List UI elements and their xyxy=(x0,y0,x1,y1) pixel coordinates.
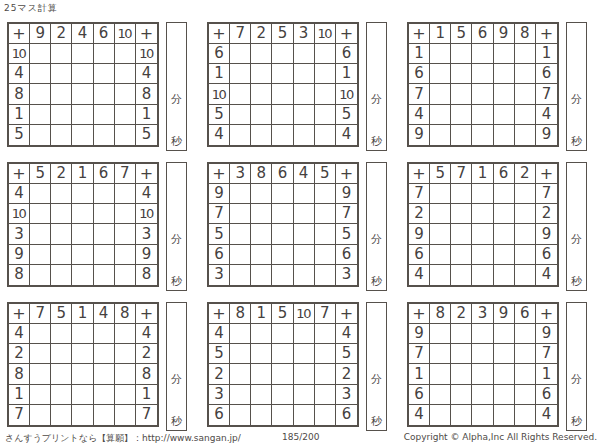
answer-cell[interactable] xyxy=(72,245,93,265)
answer-cell[interactable] xyxy=(294,84,315,104)
answer-cell[interactable] xyxy=(315,344,336,364)
answer-cell[interactable] xyxy=(51,324,72,344)
answer-cell[interactable] xyxy=(115,324,136,344)
answer-cell[interactable] xyxy=(30,64,51,84)
answer-cell[interactable] xyxy=(315,224,336,244)
answer-cell[interactable] xyxy=(230,344,251,364)
answer-cell[interactable] xyxy=(472,324,493,344)
answer-cell[interactable] xyxy=(115,405,136,425)
answer-cell[interactable] xyxy=(272,245,293,265)
row-header-cell: 2 xyxy=(409,204,430,224)
answer-cell[interactable] xyxy=(430,44,451,64)
row-header-cell: 6 xyxy=(409,385,430,405)
answer-cell[interactable] xyxy=(294,324,315,344)
answer-cell[interactable] xyxy=(51,184,72,204)
row-header-right-cell: 4 xyxy=(536,405,557,425)
answer-cell[interactable] xyxy=(272,184,293,204)
answer-cell[interactable] xyxy=(115,224,136,244)
answer-cell[interactable] xyxy=(72,364,93,384)
answer-cell[interactable] xyxy=(230,265,251,285)
answer-cell[interactable] xyxy=(515,224,536,244)
answer-cell[interactable] xyxy=(315,125,336,145)
answer-cell[interactable] xyxy=(315,324,336,344)
answer-cell[interactable] xyxy=(230,324,251,344)
answer-cell[interactable] xyxy=(294,385,315,405)
answer-cell[interactable] xyxy=(272,64,293,84)
answer-cell[interactable] xyxy=(315,105,336,125)
answer-cell[interactable] xyxy=(51,385,72,405)
answer-cell[interactable] xyxy=(294,405,315,425)
answer-cell[interactable] xyxy=(294,364,315,384)
answer-cell[interactable] xyxy=(515,105,536,125)
answer-cell[interactable] xyxy=(30,405,51,425)
answer-cell[interactable] xyxy=(472,245,493,265)
answer-cell[interactable] xyxy=(115,64,136,84)
operator-cell: + xyxy=(336,24,357,44)
answer-cell[interactable] xyxy=(451,105,472,125)
timer-box-7: 分秒 xyxy=(166,302,187,431)
answer-cell[interactable] xyxy=(315,405,336,425)
row-header-cell: 6 xyxy=(209,44,230,64)
answer-cell[interactable] xyxy=(251,324,272,344)
answer-cell[interactable] xyxy=(30,245,51,265)
answer-cell[interactable] xyxy=(472,84,493,104)
answer-cell[interactable] xyxy=(430,364,451,384)
answer-cell[interactable] xyxy=(94,125,115,145)
row-header-right-cell: 5 xyxy=(136,125,157,145)
answer-cell[interactable] xyxy=(115,105,136,125)
answer-cell[interactable] xyxy=(72,125,93,145)
answer-cell[interactable] xyxy=(72,344,93,364)
answer-cell[interactable] xyxy=(115,125,136,145)
answer-cell[interactable] xyxy=(430,64,451,84)
operator-cell: + xyxy=(536,304,557,324)
answer-cell[interactable] xyxy=(94,224,115,244)
answer-cell[interactable] xyxy=(30,344,51,364)
row-header-right-cell: 5 xyxy=(336,105,357,125)
answer-cell[interactable] xyxy=(430,125,451,145)
answer-cell[interactable] xyxy=(294,105,315,125)
answer-cell[interactable] xyxy=(451,204,472,224)
answer-cell[interactable] xyxy=(251,224,272,244)
answer-cell[interactable] xyxy=(472,385,493,405)
row-header-right-cell: 9 xyxy=(336,184,357,204)
answer-cell[interactable] xyxy=(230,184,251,204)
row-header-cell: 4 xyxy=(9,184,30,204)
answer-cell[interactable] xyxy=(472,265,493,285)
answer-cell[interactable] xyxy=(472,224,493,244)
answer-cell[interactable] xyxy=(430,224,451,244)
answer-cell[interactable] xyxy=(515,245,536,265)
row-header-right-cell: 7 xyxy=(536,84,557,104)
col-header-cell: 3 xyxy=(472,304,493,324)
answer-cell[interactable] xyxy=(451,344,472,364)
answer-cell[interactable] xyxy=(230,245,251,265)
seconds-label: 秒 xyxy=(167,416,186,427)
row-header-right-cell: 5 xyxy=(336,224,357,244)
footer-site-link[interactable]: さんすうプリントなら【算願】：http://www.sangan.jp/ xyxy=(5,432,241,445)
answer-cell[interactable] xyxy=(294,64,315,84)
answer-cell[interactable] xyxy=(94,364,115,384)
answer-cell[interactable] xyxy=(251,265,272,285)
answer-cell[interactable] xyxy=(251,245,272,265)
row-header-right-cell: 1 xyxy=(536,364,557,384)
answer-cell[interactable] xyxy=(272,204,293,224)
answer-cell[interactable] xyxy=(494,44,515,64)
answer-cell[interactable] xyxy=(51,344,72,364)
answer-cell[interactable] xyxy=(115,364,136,384)
puzzle-grid-7: +75148+4422881177 xyxy=(7,302,159,427)
answer-cell[interactable] xyxy=(494,224,515,244)
row-header-cell: 9 xyxy=(409,224,430,244)
puzzle-block-8: +815107+4455223366分秒 xyxy=(207,302,387,431)
answer-cell[interactable] xyxy=(451,405,472,425)
answer-cell[interactable] xyxy=(230,105,251,125)
operator-cell: + xyxy=(136,24,157,44)
answer-cell[interactable] xyxy=(30,385,51,405)
answer-cell[interactable] xyxy=(94,324,115,344)
answer-cell[interactable] xyxy=(230,84,251,104)
answer-cell[interactable] xyxy=(515,184,536,204)
answer-cell[interactable] xyxy=(430,385,451,405)
col-header-cell: 1 xyxy=(430,24,451,44)
operator-cell: + xyxy=(336,304,357,324)
row-header-right-cell: 2 xyxy=(136,344,157,364)
row-header-right-cell: 4 xyxy=(136,324,157,344)
answer-cell[interactable] xyxy=(94,105,115,125)
puzzle-block-4: +52167+441010339988分秒 xyxy=(7,162,187,291)
row-header-right-cell: 3 xyxy=(136,224,157,244)
col-header-cell: 1 xyxy=(72,164,93,184)
answer-cell[interactable] xyxy=(51,204,72,224)
row-header-cell: 9 xyxy=(9,245,30,265)
answer-cell[interactable] xyxy=(472,44,493,64)
footer: さんすうプリントなら【算願】：http://www.sangan.jp/ 185… xyxy=(0,431,600,445)
answer-cell[interactable] xyxy=(251,405,272,425)
answer-cell[interactable] xyxy=(272,405,293,425)
answer-cell[interactable] xyxy=(51,84,72,104)
answer-cell[interactable] xyxy=(515,125,536,145)
row-header-cell: 4 xyxy=(409,105,430,125)
answer-cell[interactable] xyxy=(30,265,51,285)
seconds-label: 秒 xyxy=(367,416,386,427)
row-header-cell: 1 xyxy=(9,105,30,125)
answer-cell[interactable] xyxy=(472,64,493,84)
answer-cell[interactable] xyxy=(72,64,93,84)
answer-cell[interactable] xyxy=(430,245,451,265)
row-header-cell: 10 xyxy=(209,84,230,104)
operator-cell: + xyxy=(336,164,357,184)
answer-cell[interactable] xyxy=(294,44,315,64)
answer-cell[interactable] xyxy=(230,385,251,405)
answer-cell[interactable] xyxy=(494,105,515,125)
answer-cell[interactable] xyxy=(72,324,93,344)
answer-cell[interactable] xyxy=(72,84,93,104)
answer-cell[interactable] xyxy=(272,344,293,364)
answer-cell[interactable] xyxy=(315,245,336,265)
answer-cell[interactable] xyxy=(472,204,493,224)
answer-cell[interactable] xyxy=(94,84,115,104)
col-header-cell: 8 xyxy=(251,164,272,184)
answer-cell[interactable] xyxy=(315,64,336,84)
answer-cell[interactable] xyxy=(451,324,472,344)
answer-cell[interactable] xyxy=(115,84,136,104)
answer-cell[interactable] xyxy=(230,224,251,244)
answer-cell[interactable] xyxy=(515,64,536,84)
answer-cell[interactable] xyxy=(230,44,251,64)
answer-cell[interactable] xyxy=(515,364,536,384)
seconds-label: 秒 xyxy=(367,276,386,287)
answer-cell[interactable] xyxy=(294,344,315,364)
answer-cell[interactable] xyxy=(494,125,515,145)
minutes-label: 分 xyxy=(167,374,186,385)
answer-cell[interactable] xyxy=(515,44,536,64)
puzzle-grid-6: +57162+7722996644 xyxy=(407,162,559,287)
answer-cell[interactable] xyxy=(272,84,293,104)
row-header-cell: 6 xyxy=(209,405,230,425)
answer-cell[interactable] xyxy=(72,204,93,224)
col-header-cell: 5 xyxy=(315,164,336,184)
answer-cell[interactable] xyxy=(272,44,293,64)
answer-cell[interactable] xyxy=(251,64,272,84)
col-header-cell: 10 xyxy=(115,24,136,44)
answer-cell[interactable] xyxy=(272,125,293,145)
answer-cell[interactable] xyxy=(51,224,72,244)
answer-cell[interactable] xyxy=(230,125,251,145)
timer-box-6: 分秒 xyxy=(566,162,587,291)
col-header-cell: 8 xyxy=(230,304,251,324)
answer-cell[interactable] xyxy=(272,265,293,285)
answer-cell[interactable] xyxy=(515,265,536,285)
answer-cell[interactable] xyxy=(51,44,72,64)
answer-cell[interactable] xyxy=(72,105,93,125)
answer-cell[interactable] xyxy=(451,64,472,84)
answer-cell[interactable] xyxy=(115,204,136,224)
answer-cell[interactable] xyxy=(51,105,72,125)
answer-cell[interactable] xyxy=(94,265,115,285)
answer-cell[interactable] xyxy=(494,344,515,364)
col-header-cell: 7 xyxy=(30,304,51,324)
answer-cell[interactable] xyxy=(94,184,115,204)
answer-cell[interactable] xyxy=(51,265,72,285)
row-header-right-cell: 1 xyxy=(136,105,157,125)
answer-cell[interactable] xyxy=(515,324,536,344)
answer-cell[interactable] xyxy=(51,245,72,265)
answer-cell[interactable] xyxy=(472,364,493,384)
page-title: 25マス計算 xyxy=(4,2,58,15)
answer-cell[interactable] xyxy=(451,245,472,265)
answer-cell[interactable] xyxy=(72,405,93,425)
answer-cell[interactable] xyxy=(272,385,293,405)
answer-cell[interactable] xyxy=(451,184,472,204)
row-header-cell: 7 xyxy=(409,184,430,204)
seconds-label: 秒 xyxy=(567,136,586,147)
answer-cell[interactable] xyxy=(251,105,272,125)
answer-cell[interactable] xyxy=(430,324,451,344)
answer-cell[interactable] xyxy=(94,245,115,265)
answer-cell[interactable] xyxy=(230,204,251,224)
answer-cell[interactable] xyxy=(251,344,272,364)
answer-cell[interactable] xyxy=(515,405,536,425)
answer-cell[interactable] xyxy=(430,204,451,224)
answer-cell[interactable] xyxy=(451,44,472,64)
answer-cell[interactable] xyxy=(230,405,251,425)
answer-cell[interactable] xyxy=(515,385,536,405)
answer-cell[interactable] xyxy=(451,385,472,405)
answer-cell[interactable] xyxy=(30,125,51,145)
answer-cell[interactable] xyxy=(51,64,72,84)
answer-cell[interactable] xyxy=(115,245,136,265)
row-header-right-cell: 6 xyxy=(536,64,557,84)
answer-cell[interactable] xyxy=(30,44,51,64)
answer-cell[interactable] xyxy=(315,184,336,204)
operator-cell: + xyxy=(536,164,557,184)
answer-cell[interactable] xyxy=(51,125,72,145)
answer-cell[interactable] xyxy=(72,44,93,64)
col-header-cell: 6 xyxy=(515,304,536,324)
answer-cell[interactable] xyxy=(251,184,272,204)
answer-cell[interactable] xyxy=(30,105,51,125)
answer-cell[interactable] xyxy=(430,405,451,425)
answer-cell[interactable] xyxy=(272,224,293,244)
answer-cell[interactable] xyxy=(30,84,51,104)
puzzle-block-5: +38645+9977556633分秒 xyxy=(207,162,387,291)
answer-cell[interactable] xyxy=(294,125,315,145)
answer-cell[interactable] xyxy=(315,204,336,224)
answer-cell[interactable] xyxy=(272,324,293,344)
answer-cell[interactable] xyxy=(251,125,272,145)
answer-cell[interactable] xyxy=(494,385,515,405)
row-header-cell: 3 xyxy=(209,385,230,405)
answer-cell[interactable] xyxy=(494,84,515,104)
answer-cell[interactable] xyxy=(272,364,293,384)
puzzle-blocks: +924610+101044881155分秒+725310+6611101055… xyxy=(7,22,587,431)
col-header-cell: 6 xyxy=(94,24,115,44)
answer-cell[interactable] xyxy=(251,44,272,64)
answer-cell[interactable] xyxy=(30,364,51,384)
answer-cell[interactable] xyxy=(430,265,451,285)
answer-cell[interactable] xyxy=(451,364,472,384)
answer-cell[interactable] xyxy=(451,265,472,285)
answer-cell[interactable] xyxy=(515,204,536,224)
answer-cell[interactable] xyxy=(294,265,315,285)
operator-cell: + xyxy=(409,304,430,324)
answer-cell[interactable] xyxy=(430,344,451,364)
answer-cell[interactable] xyxy=(30,204,51,224)
answer-cell[interactable] xyxy=(451,125,472,145)
answer-cell[interactable] xyxy=(315,385,336,405)
answer-cell[interactable] xyxy=(315,265,336,285)
answer-cell[interactable] xyxy=(94,344,115,364)
row-header-cell: 4 xyxy=(409,405,430,425)
col-header-cell: 6 xyxy=(272,164,293,184)
row-header-right-cell: 6 xyxy=(336,44,357,64)
answer-cell[interactable] xyxy=(294,184,315,204)
answer-cell[interactable] xyxy=(494,64,515,84)
answer-cell[interactable] xyxy=(72,184,93,204)
answer-cell[interactable] xyxy=(115,44,136,64)
col-header-cell: 7 xyxy=(230,24,251,44)
answer-cell[interactable] xyxy=(315,84,336,104)
answer-cell[interactable] xyxy=(494,405,515,425)
answer-cell[interactable] xyxy=(115,265,136,285)
footer-page-number: 185/200 xyxy=(282,432,319,442)
col-header-cell: 8 xyxy=(430,304,451,324)
answer-cell[interactable] xyxy=(430,105,451,125)
answer-cell[interactable] xyxy=(251,84,272,104)
answer-cell[interactable] xyxy=(51,405,72,425)
seconds-label: 秒 xyxy=(367,136,386,147)
answer-cell[interactable] xyxy=(472,184,493,204)
answer-cell[interactable] xyxy=(251,385,272,405)
answer-cell[interactable] xyxy=(515,344,536,364)
answer-cell[interactable] xyxy=(472,344,493,364)
answer-cell[interactable] xyxy=(472,105,493,125)
answer-cell[interactable] xyxy=(294,224,315,244)
col-header-cell: 1 xyxy=(72,304,93,324)
answer-cell[interactable] xyxy=(94,405,115,425)
answer-cell[interactable] xyxy=(430,184,451,204)
timer-box-3: 分秒 xyxy=(566,22,587,151)
answer-cell[interactable] xyxy=(472,125,493,145)
row-header-right-cell: 10 xyxy=(136,204,157,224)
answer-cell[interactable] xyxy=(30,324,51,344)
answer-cell[interactable] xyxy=(115,385,136,405)
answer-cell[interactable] xyxy=(315,44,336,64)
answer-cell[interactable] xyxy=(494,324,515,344)
answer-cell[interactable] xyxy=(94,44,115,64)
answer-cell[interactable] xyxy=(115,344,136,364)
puzzle-grid-4: +52167+441010339988 xyxy=(7,162,159,287)
answer-cell[interactable] xyxy=(94,64,115,84)
answer-cell[interactable] xyxy=(494,184,515,204)
answer-cell[interactable] xyxy=(230,364,251,384)
col-header-cell: 9 xyxy=(30,24,51,44)
answer-cell[interactable] xyxy=(451,224,472,244)
answer-cell[interactable] xyxy=(30,224,51,244)
answer-cell[interactable] xyxy=(315,364,336,384)
answer-cell[interactable] xyxy=(30,184,51,204)
answer-cell[interactable] xyxy=(472,405,493,425)
answer-cell[interactable] xyxy=(251,204,272,224)
answer-cell[interactable] xyxy=(72,265,93,285)
answer-cell[interactable] xyxy=(430,84,451,104)
answer-cell[interactable] xyxy=(94,204,115,224)
answer-cell[interactable] xyxy=(72,385,93,405)
answer-cell[interactable] xyxy=(294,245,315,265)
answer-cell[interactable] xyxy=(494,364,515,384)
answer-cell[interactable] xyxy=(494,245,515,265)
answer-cell[interactable] xyxy=(51,364,72,384)
answer-cell[interactable] xyxy=(72,224,93,244)
puzzle-grid-8: +815107+4455223366 xyxy=(207,302,359,427)
row-header-cell: 4 xyxy=(209,324,230,344)
answer-cell[interactable] xyxy=(494,204,515,224)
answer-cell[interactable] xyxy=(251,364,272,384)
puzzle-grid-9: +82396+9977116644 xyxy=(407,302,559,427)
footer-copyright: Copyright © Alpha,Inc All Rights Reserve… xyxy=(404,432,597,442)
answer-cell[interactable] xyxy=(451,84,472,104)
row-header-cell: 4 xyxy=(209,125,230,145)
answer-cell[interactable] xyxy=(94,385,115,405)
answer-cell[interactable] xyxy=(294,204,315,224)
answer-cell[interactable] xyxy=(115,184,136,204)
answer-cell[interactable] xyxy=(272,105,293,125)
answer-cell[interactable] xyxy=(230,64,251,84)
row-header-right-cell: 9 xyxy=(536,224,557,244)
answer-cell[interactable] xyxy=(515,84,536,104)
answer-cell[interactable] xyxy=(494,265,515,285)
